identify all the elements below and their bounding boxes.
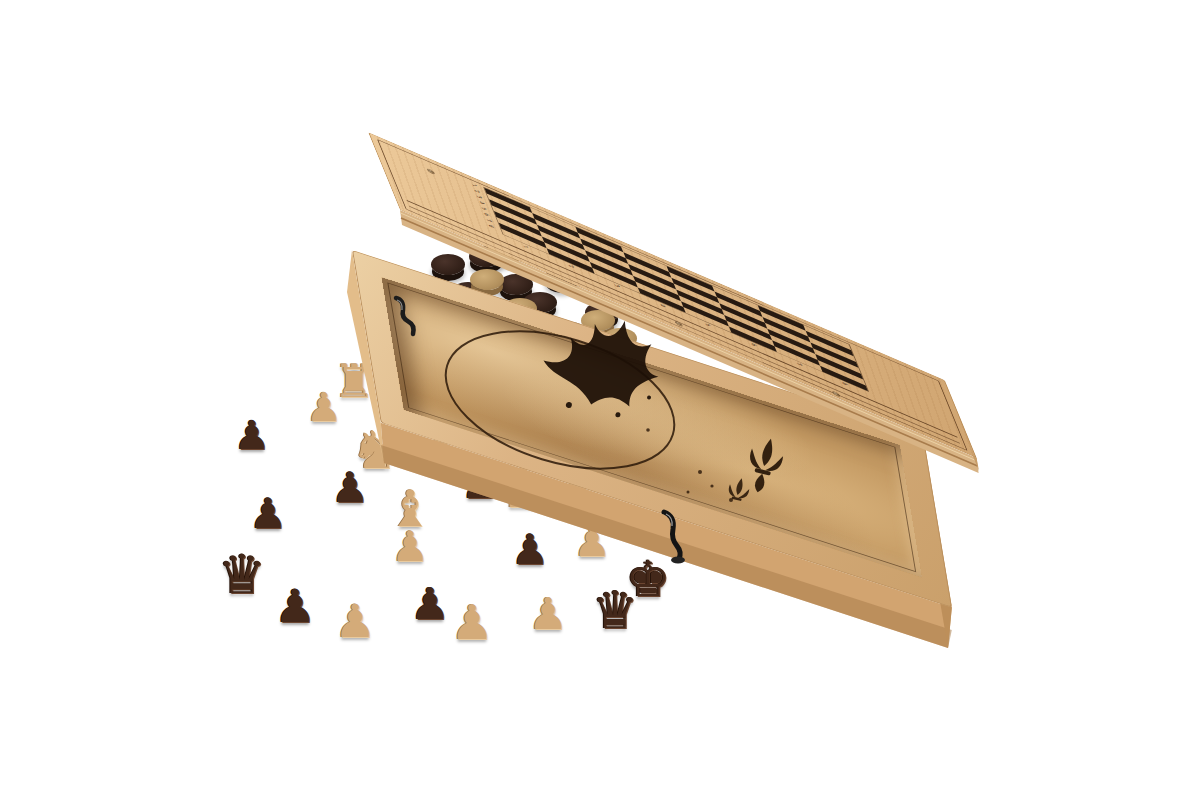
chess-piece-dark-pawn: ♟ <box>247 493 289 535</box>
chess-piece-dark-pawn: ♟ <box>509 529 551 571</box>
chess-piece-light-pawn: ♟ <box>448 598 496 646</box>
checker-dark <box>499 274 533 295</box>
chess-piece-light-pawn: ♟ <box>332 598 378 644</box>
checker-dark <box>431 254 465 275</box>
chess-piece-light-pawn: ♟ <box>571 521 613 563</box>
chess-piece-dark-queen: ♛ <box>215 548 269 602</box>
chess-piece-dark-pawn: ♟ <box>232 415 272 455</box>
chess-piece-light-pawn: ♟ <box>389 526 431 568</box>
product-photo-canvas: 12345678 12345678 ♜♟♜♞♞♜♝♟♝♟♟♟♟♟♟♛♞♝♚♜♝♟… <box>0 0 1200 800</box>
checker-light <box>470 269 504 290</box>
chess-piece-dark-king: ♚ <box>623 554 673 604</box>
chess-piece-dark-pawn: ♟ <box>272 583 318 629</box>
chess-piece-dark-pawn: ♟ <box>408 582 452 626</box>
chess-piece-light-pawn: ♟ <box>526 592 570 636</box>
box-floor <box>382 277 922 577</box>
chess-piece-dark-pawn: ♟ <box>329 467 371 509</box>
chess-piece-light-pawn: ♟ <box>304 387 344 427</box>
chess-piece-dark-pawn: ♟ <box>459 463 501 505</box>
